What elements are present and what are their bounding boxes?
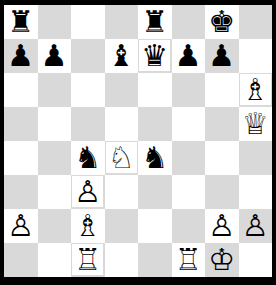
square-b8[interactable] xyxy=(38,5,72,39)
black-pawn: ♟ xyxy=(208,39,235,73)
white-rook: ♖ xyxy=(74,243,101,277)
white-bishop: ♗ xyxy=(242,73,269,107)
chess-board: ♜♜♚♟♟♝♛♟♟♗♕♞♘♞♙♙♗♙♙♖♖♔ xyxy=(4,5,272,277)
white-knight: ♘ xyxy=(108,141,135,175)
square-f4[interactable] xyxy=(172,141,206,175)
square-d7[interactable]: ♝ xyxy=(105,39,139,73)
white-pawn: ♙ xyxy=(7,209,34,243)
square-b1[interactable] xyxy=(38,243,72,277)
square-h3[interactable] xyxy=(239,175,273,209)
square-e1[interactable] xyxy=(138,243,172,277)
black-knight: ♞ xyxy=(141,141,168,175)
square-d3[interactable] xyxy=(105,175,139,209)
square-c2[interactable]: ♗ xyxy=(71,209,105,243)
square-a5[interactable] xyxy=(4,107,38,141)
square-h1[interactable] xyxy=(239,243,273,277)
black-king: ♚ xyxy=(208,5,235,39)
square-e2[interactable] xyxy=(138,209,172,243)
square-h4[interactable] xyxy=(239,141,273,175)
square-a3[interactable] xyxy=(4,175,38,209)
square-g4[interactable] xyxy=(205,141,239,175)
square-a7[interactable]: ♟ xyxy=(4,39,38,73)
square-g7[interactable]: ♟ xyxy=(205,39,239,73)
black-pawn: ♟ xyxy=(175,39,202,73)
white-queen: ♕ xyxy=(242,107,269,141)
square-c7[interactable] xyxy=(71,39,105,73)
square-d2[interactable] xyxy=(105,209,139,243)
square-d5[interactable] xyxy=(105,107,139,141)
square-f2[interactable] xyxy=(172,209,206,243)
square-h7[interactable] xyxy=(239,39,273,73)
square-c6[interactable] xyxy=(71,73,105,107)
white-pawn: ♙ xyxy=(74,175,101,209)
square-b2[interactable] xyxy=(38,209,72,243)
square-g5[interactable] xyxy=(205,107,239,141)
black-rook: ♜ xyxy=(141,5,168,39)
square-c1[interactable]: ♖ xyxy=(71,243,105,277)
square-a6[interactable] xyxy=(4,73,38,107)
square-a2[interactable]: ♙ xyxy=(4,209,38,243)
square-b4[interactable] xyxy=(38,141,72,175)
square-h2[interactable]: ♙ xyxy=(239,209,273,243)
square-d6[interactable] xyxy=(105,73,139,107)
square-d4[interactable]: ♘ xyxy=(105,141,139,175)
square-g8[interactable]: ♚ xyxy=(205,5,239,39)
white-pawn: ♙ xyxy=(242,209,269,243)
square-c4[interactable]: ♞ xyxy=(71,141,105,175)
square-e8[interactable]: ♜ xyxy=(138,5,172,39)
square-c5[interactable] xyxy=(71,107,105,141)
square-f3[interactable] xyxy=(172,175,206,209)
square-c8[interactable] xyxy=(71,5,105,39)
square-b6[interactable] xyxy=(38,73,72,107)
black-rook: ♜ xyxy=(7,5,34,39)
black-pawn: ♟ xyxy=(7,39,34,73)
square-g6[interactable] xyxy=(205,73,239,107)
black-knight: ♞ xyxy=(74,141,101,175)
square-e4[interactable]: ♞ xyxy=(138,141,172,175)
square-f8[interactable] xyxy=(172,5,206,39)
white-bishop: ♗ xyxy=(74,209,101,243)
white-rook: ♖ xyxy=(175,243,202,277)
square-h6[interactable]: ♗ xyxy=(239,73,273,107)
square-e6[interactable] xyxy=(138,73,172,107)
square-b3[interactable] xyxy=(38,175,72,209)
square-b5[interactable] xyxy=(38,107,72,141)
square-d8[interactable] xyxy=(105,5,139,39)
square-e3[interactable] xyxy=(138,175,172,209)
square-a4[interactable] xyxy=(4,141,38,175)
board-frame: ♜♜♚♟♟♝♛♟♟♗♕♞♘♞♙♙♗♙♙♖♖♔ xyxy=(0,0,276,285)
square-g2[interactable]: ♙ xyxy=(205,209,239,243)
square-c3[interactable]: ♙ xyxy=(71,175,105,209)
square-a8[interactable]: ♜ xyxy=(4,5,38,39)
square-d1[interactable] xyxy=(105,243,139,277)
black-bishop: ♝ xyxy=(108,39,135,73)
square-f6[interactable] xyxy=(172,73,206,107)
white-king: ♔ xyxy=(208,243,235,277)
square-g3[interactable] xyxy=(205,175,239,209)
black-pawn: ♟ xyxy=(41,39,68,73)
square-g1[interactable]: ♔ xyxy=(205,243,239,277)
square-e5[interactable] xyxy=(138,107,172,141)
black-queen: ♛ xyxy=(141,39,168,73)
square-e7[interactable]: ♛ xyxy=(138,39,172,73)
square-a1[interactable] xyxy=(4,243,38,277)
square-f1[interactable]: ♖ xyxy=(172,243,206,277)
square-h5[interactable]: ♕ xyxy=(239,107,273,141)
white-pawn: ♙ xyxy=(208,209,235,243)
square-h8[interactable] xyxy=(239,5,273,39)
square-f5[interactable] xyxy=(172,107,206,141)
square-b7[interactable]: ♟ xyxy=(38,39,72,73)
square-f7[interactable]: ♟ xyxy=(172,39,206,73)
